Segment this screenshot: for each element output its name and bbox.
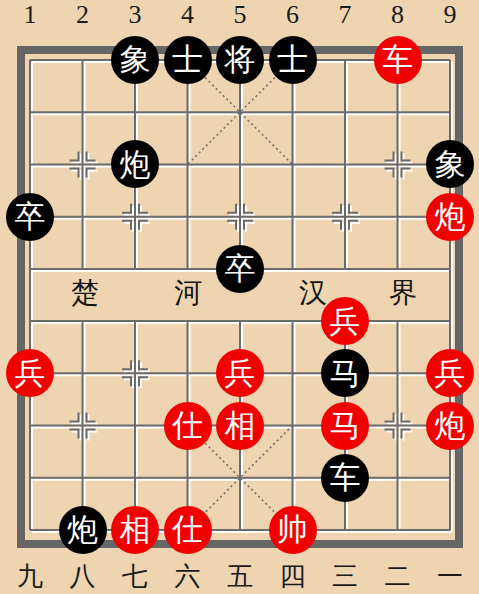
file-label-bottom-6: 四: [280, 564, 306, 590]
piece-black-advisor[interactable]: 士: [164, 36, 212, 84]
piece-red-soldier[interactable]: 兵: [216, 349, 264, 397]
file-label-bottom-9: 一: [437, 564, 463, 590]
piece-red-elephant[interactable]: 相: [216, 402, 264, 450]
piece-black-soldier[interactable]: 卒: [6, 193, 54, 241]
piece-black-general[interactable]: 将: [216, 36, 264, 84]
piece-black-horse[interactable]: 马: [321, 349, 369, 397]
piece-red-elephant[interactable]: 相: [111, 506, 159, 554]
piece-black-elephant[interactable]: 象: [111, 36, 159, 84]
piece-red-advisor[interactable]: 仕: [164, 506, 212, 554]
piece-red-cannon[interactable]: 炮: [426, 402, 474, 450]
piece-red-chariot[interactable]: 车: [374, 36, 422, 84]
piece-black-elephant[interactable]: 象: [426, 140, 474, 188]
piece-red-general[interactable]: 帅: [269, 506, 317, 554]
piece-black-soldier[interactable]: 卒: [216, 245, 264, 293]
file-label-bottom-7: 三: [332, 564, 358, 590]
piece-red-horse[interactable]: 马: [321, 402, 369, 450]
piece-black-advisor[interactable]: 士: [269, 36, 317, 84]
file-label-bottom-8: 二: [385, 564, 411, 590]
piece-red-advisor[interactable]: 仕: [164, 402, 212, 450]
piece-black-cannon[interactable]: 炮: [111, 140, 159, 188]
file-label-bottom-2: 八: [70, 564, 96, 590]
piece-black-cannon[interactable]: 炮: [59, 506, 107, 554]
piece-red-cannon[interactable]: 炮: [426, 193, 474, 241]
file-label-bottom-1: 九: [17, 564, 43, 590]
file-label-bottom-5: 五: [227, 564, 253, 590]
file-label-bottom-4: 六: [175, 564, 201, 590]
piece-black-chariot[interactable]: 车: [321, 454, 369, 502]
file-label-bottom-3: 七: [122, 564, 148, 590]
xiangqi-game: 123456789 楚河汉界 象士将士车炮象卒炮卒兵兵兵马兵仕相马炮车炮相仕帅 …: [0, 0, 479, 594]
piece-red-soldier[interactable]: 兵: [6, 349, 54, 397]
piece-red-soldier[interactable]: 兵: [321, 297, 369, 345]
piece-red-soldier[interactable]: 兵: [426, 349, 474, 397]
xiangqi-piece-grid: 象士将士车炮象卒炮卒兵兵兵马兵仕相马炮车炮相仕帅: [4, 34, 477, 556]
